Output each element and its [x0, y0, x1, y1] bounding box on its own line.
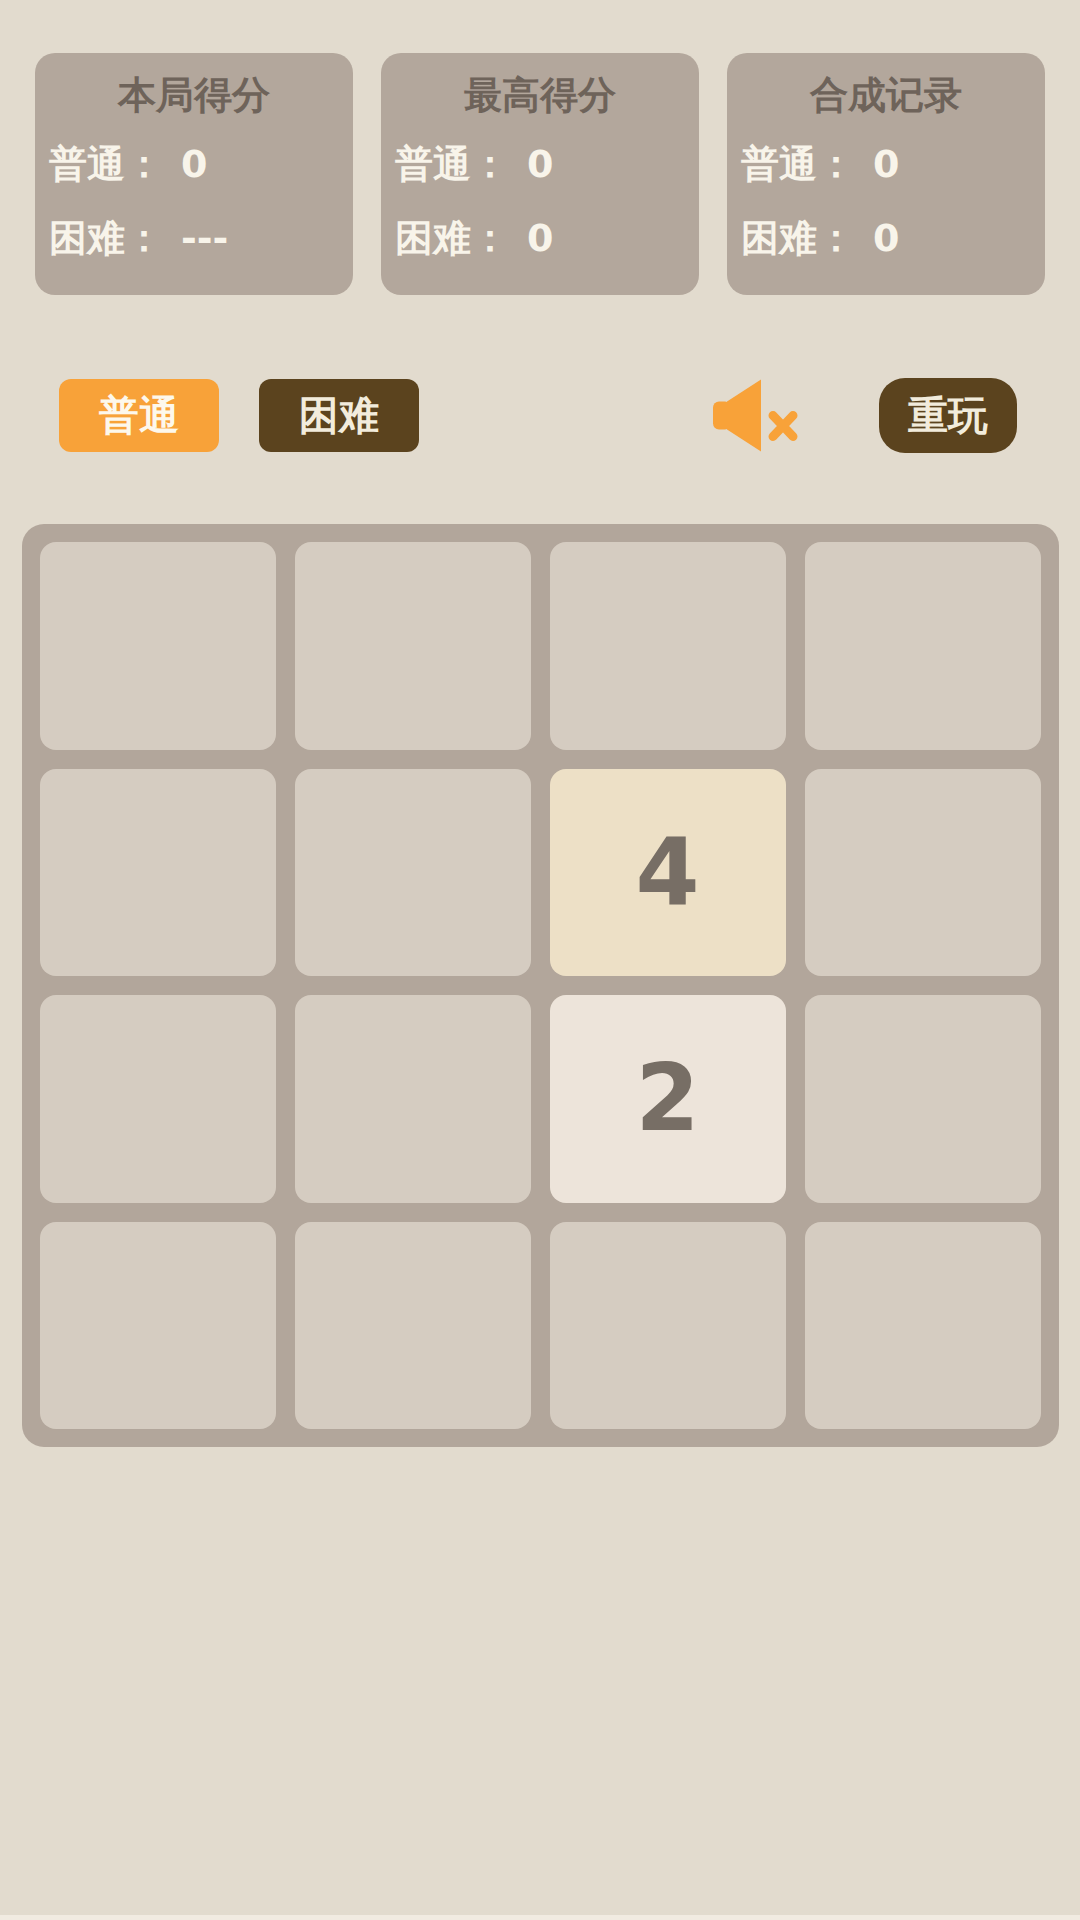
empty-cell — [295, 542, 531, 750]
controls-bar: 普通 困难 重玩 — [59, 378, 1017, 453]
empty-cell — [805, 769, 1041, 977]
score-label: 普通： — [395, 138, 509, 191]
score-label: 普通： — [741, 138, 855, 191]
speaker-muted-icon[interactable] — [713, 379, 799, 452]
score-row-normal: 普通： 0 — [741, 138, 1031, 191]
normal-mode-button[interactable]: 普通 — [59, 379, 219, 452]
score-value: 0 — [527, 212, 553, 265]
empty-cell — [550, 542, 786, 750]
score-label: 困难： — [395, 212, 509, 265]
panel-title: 最高得分 — [395, 75, 685, 117]
score-value: 0 — [527, 138, 553, 191]
panel-title: 合成记录 — [741, 75, 1031, 117]
score-row-hard: 困难： 0 — [395, 212, 685, 265]
bottom-strip — [0, 1915, 1080, 1920]
score-panel-best: 最高得分 普通： 0 困难： 0 — [381, 53, 699, 295]
score-panel-current-game: 本局得分 普通： 0 困难： --- — [35, 53, 353, 295]
empty-cell — [295, 1222, 531, 1430]
empty-cell — [40, 1222, 276, 1430]
empty-cell — [805, 995, 1041, 1203]
score-value: --- — [181, 212, 228, 265]
score-row-normal: 普通： 0 — [49, 138, 339, 191]
score-value: 0 — [873, 212, 899, 265]
empty-cell — [805, 542, 1041, 750]
empty-cell — [295, 769, 531, 977]
score-label: 普通： — [49, 138, 163, 191]
tile-4: 4 — [550, 769, 786, 977]
empty-cell — [40, 769, 276, 977]
score-label: 困难： — [741, 212, 855, 265]
score-panel-merge-record: 合成记录 普通： 0 困难： 0 — [727, 53, 1045, 295]
score-value: 0 — [873, 138, 899, 191]
replay-button[interactable]: 重玩 — [879, 378, 1017, 453]
score-row-hard: 困难： 0 — [741, 212, 1031, 265]
score-panels: 本局得分 普通： 0 困难： --- 最高得分 普通： 0 困难： 0 合成记录… — [0, 0, 1080, 295]
empty-cell — [40, 542, 276, 750]
empty-cell — [805, 1222, 1041, 1430]
empty-cell — [295, 995, 531, 1203]
score-row-normal: 普通： 0 — [395, 138, 685, 191]
panel-title: 本局得分 — [49, 75, 339, 117]
score-label: 困难： — [49, 212, 163, 265]
empty-cell — [550, 1222, 786, 1430]
score-row-hard: 困难： --- — [49, 212, 339, 265]
score-value: 0 — [181, 138, 207, 191]
board[interactable]: 42 — [22, 524, 1059, 1447]
empty-cell — [40, 995, 276, 1203]
hard-mode-button[interactable]: 困难 — [259, 379, 419, 452]
tile-2: 2 — [550, 995, 786, 1203]
